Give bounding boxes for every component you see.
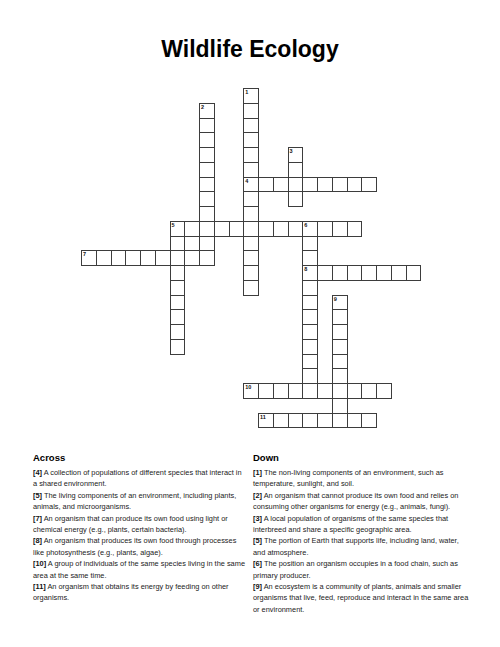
clue-number: [3]	[253, 514, 262, 523]
cell-number: 11	[260, 414, 266, 420]
across-clue-item: [11] An organism that obtains its energy…	[33, 581, 247, 604]
grid-cell[interactable]	[302, 383, 318, 399]
grid-cell[interactable]	[302, 354, 318, 370]
grid-cell[interactable]	[243, 221, 259, 237]
grid-cell[interactable]	[288, 177, 304, 193]
cell-number: 1	[245, 89, 248, 95]
grid-cell[interactable]: 6	[302, 221, 318, 237]
grid-cell[interactable]	[347, 177, 363, 193]
grid-cell[interactable]	[332, 398, 348, 414]
grid-cell[interactable]	[332, 339, 348, 355]
grid-cell[interactable]	[140, 250, 156, 266]
grid-cell[interactable]	[214, 221, 230, 237]
down-clues-column: Down [1] The non-living components of an…	[253, 452, 470, 615]
clue-number: [10]	[33, 559, 46, 568]
grid-cell[interactable]	[199, 206, 215, 222]
grid-cell[interactable]	[332, 177, 348, 193]
grid-cell[interactable]	[288, 162, 304, 178]
grid-cell[interactable]	[199, 250, 215, 266]
grid-cell[interactable]	[302, 295, 318, 311]
down-clue-item: [6] The position an organism occupies in…	[253, 558, 470, 581]
grid-cell[interactable]: 7	[81, 250, 97, 266]
grid-cell[interactable]	[199, 162, 215, 178]
cell-number: 4	[245, 178, 248, 184]
grid-cell[interactable]	[332, 383, 348, 399]
clue-text: The living components of an environment,…	[33, 491, 236, 511]
down-header: Down	[253, 452, 470, 463]
clue-number: [2]	[253, 491, 262, 500]
down-clue-item: [2] An organism that cannot produce its …	[253, 490, 470, 513]
grid-cell[interactable]	[111, 250, 127, 266]
clue-number: [5]	[253, 536, 262, 545]
across-header: Across	[33, 452, 247, 463]
grid-cell[interactable]	[243, 147, 259, 163]
grid-cell[interactable]	[243, 191, 259, 207]
grid-cell[interactable]	[332, 221, 348, 237]
grid-cell[interactable]	[302, 250, 318, 266]
grid-cell[interactable]	[243, 265, 259, 281]
grid-cell[interactable]	[332, 354, 348, 370]
across-clues-column: Across [4] A collection of populations o…	[33, 452, 247, 604]
grid-cell[interactable]: 2	[199, 103, 215, 119]
grid-cell[interactable]	[170, 265, 186, 281]
grid-cell[interactable]	[273, 177, 289, 193]
grid-cell[interactable]	[317, 413, 333, 429]
grid-cell[interactable]	[347, 413, 363, 429]
grid-cell[interactable]: 5	[170, 221, 186, 237]
clue-number: [8]	[33, 536, 42, 545]
grid-cell[interactable]	[184, 250, 200, 266]
grid-cell[interactable]	[243, 250, 259, 266]
clue-text: A group of individuals of the same speci…	[33, 559, 245, 579]
grid-cell[interactable]	[155, 250, 171, 266]
across-clue-item: [7] An organism that can produce its own…	[33, 513, 247, 536]
clue-text: An ecosystem is a community of plants, a…	[253, 582, 468, 614]
grid-cell[interactable]	[376, 265, 392, 281]
grid-cell[interactable]	[199, 118, 215, 134]
grid-cell[interactable]	[376, 383, 392, 399]
grid-cell[interactable]	[347, 265, 363, 281]
grid-cell[interactable]	[273, 413, 289, 429]
grid-cell[interactable]: 11	[258, 413, 274, 429]
grid-cell[interactable]	[199, 191, 215, 207]
cell-number: 8	[304, 266, 307, 272]
grid-cell[interactable]	[347, 383, 363, 399]
grid-cell[interactable]	[288, 413, 304, 429]
clue-text: The non-living components of an environm…	[253, 468, 444, 488]
across-clue-list: [4] A collection of populations of diffe…	[33, 467, 247, 604]
grid-cell[interactable]	[302, 177, 318, 193]
clue-text: A local population of organisms of the s…	[253, 514, 448, 534]
grid-cell[interactable]	[243, 118, 259, 134]
grid-cell[interactable]: 10	[243, 383, 259, 399]
grid-cell[interactable]	[199, 177, 215, 193]
grid-cell[interactable]	[199, 236, 215, 252]
grid-cell[interactable]	[332, 413, 348, 429]
clue-number: [6]	[253, 559, 262, 568]
grid-cell[interactable]	[199, 221, 215, 237]
grid-cell[interactable]	[302, 309, 318, 325]
down-clue-list: [1] The non-living components of an envi…	[253, 467, 470, 615]
clue-number: [5]	[33, 491, 42, 500]
grid-cell[interactable]	[302, 368, 318, 384]
grid-cell[interactable]	[317, 265, 333, 281]
grid-cell[interactable]	[184, 221, 200, 237]
across-clue-item: [8] An organism that produces its own fo…	[33, 535, 247, 558]
clue-number: [11]	[33, 582, 46, 591]
grid-cell[interactable]	[170, 236, 186, 252]
grid-cell[interactable]	[347, 221, 363, 237]
grid-cell[interactable]	[273, 383, 289, 399]
grid-cell[interactable]	[361, 265, 377, 281]
grid-cell[interactable]	[317, 383, 333, 399]
grid-cell[interactable]	[317, 221, 333, 237]
grid-cell[interactable]	[243, 236, 259, 252]
cell-number: 10	[245, 384, 251, 390]
grid-cell[interactable]	[229, 221, 245, 237]
cell-number: 6	[304, 222, 307, 228]
grid-cell[interactable]	[243, 103, 259, 119]
grid-cell[interactable]	[243, 162, 259, 178]
grid-cell[interactable]	[243, 206, 259, 222]
grid-cell[interactable]	[170, 309, 186, 325]
down-clue-item: [9] An ecosystem is a community of plant…	[253, 581, 470, 615]
grid-cell[interactable]	[302, 413, 318, 429]
grid-cell[interactable]	[361, 177, 377, 193]
grid-cell[interactable]: 9	[332, 295, 348, 311]
grid-cell[interactable]	[332, 368, 348, 384]
clue-text: An organism that cannot produce its own …	[253, 491, 458, 511]
down-clue-item: [3] A local population of organisms of t…	[253, 513, 470, 536]
grid-cell[interactable]	[273, 221, 289, 237]
grid-cell[interactable]	[170, 295, 186, 311]
across-clue-item: [4] A collection of populations of diffe…	[33, 467, 247, 490]
crossword-grid: 1423568791011	[81, 88, 422, 429]
grid-cell[interactable]: 3	[288, 147, 304, 163]
clue-text: An organism that can produce its own foo…	[33, 514, 228, 534]
grid-cell[interactable]	[332, 309, 348, 325]
grid-cell[interactable]	[302, 280, 318, 296]
grid-cell[interactable]	[288, 383, 304, 399]
grid-cell[interactable]	[170, 250, 186, 266]
cell-number: 7	[83, 251, 86, 257]
grid-cell[interactable]	[332, 265, 348, 281]
across-clue-item: [10] A group of individuals of the same …	[33, 558, 247, 581]
clue-text: The position an organism occupies in a f…	[253, 559, 458, 579]
grid-cell[interactable]	[243, 280, 259, 296]
grid-cell[interactable]	[317, 177, 333, 193]
grid-cell[interactable]: 4	[243, 177, 259, 193]
clue-text: An organism that obtains its energy by f…	[33, 582, 229, 602]
down-clue-item: [5] The portion of Earth that supports l…	[253, 535, 470, 558]
crossword-page: Wildlife Ecology 1423568791011 Across [4…	[0, 0, 500, 647]
clue-number: [4]	[33, 468, 42, 477]
cell-number: 2	[201, 104, 204, 110]
grid-cell[interactable]	[258, 221, 274, 237]
cell-number: 9	[334, 296, 337, 302]
puzzle-title: Wildlife Ecology	[0, 36, 500, 63]
grid-cell[interactable]	[258, 383, 274, 399]
grid-cell[interactable]	[170, 339, 186, 355]
grid-cell[interactable]	[361, 413, 377, 429]
clue-text: A collection of populations of different…	[33, 468, 242, 488]
grid-cell[interactable]	[125, 250, 141, 266]
grid-cell[interactable]	[199, 147, 215, 163]
clue-number: [9]	[253, 582, 262, 591]
clue-text: An organism that produces its own food t…	[33, 536, 236, 556]
cell-number: 3	[290, 148, 293, 154]
clue-text: The portion of Earth that supports life,…	[253, 536, 459, 556]
grid-cell[interactable]	[288, 191, 304, 207]
down-clue-item: [1] The non-living components of an envi…	[253, 467, 470, 490]
grid-cell[interactable]	[96, 250, 112, 266]
grid-cell[interactable]	[361, 383, 377, 399]
grid-cell[interactable]	[302, 339, 318, 355]
grid-cell[interactable]	[243, 132, 259, 148]
cell-number: 5	[172, 222, 175, 228]
grid-cell[interactable]	[302, 324, 318, 340]
grid-cell[interactable]: 1	[243, 88, 259, 104]
grid-cell[interactable]	[170, 324, 186, 340]
clue-number: [1]	[253, 468, 262, 477]
grid-cell[interactable]	[302, 236, 318, 252]
grid-cell[interactable]	[170, 280, 186, 296]
grid-cell[interactable]	[332, 324, 348, 340]
grid-cell[interactable]	[391, 265, 407, 281]
grid-cell[interactable]	[199, 132, 215, 148]
grid-cell[interactable]	[288, 221, 304, 237]
grid-cell[interactable]	[406, 265, 422, 281]
across-clue-item: [5] The living components of an environm…	[33, 490, 247, 513]
clue-number: [7]	[33, 514, 42, 523]
grid-cell[interactable]: 8	[302, 265, 318, 281]
grid-cell[interactable]	[258, 177, 274, 193]
